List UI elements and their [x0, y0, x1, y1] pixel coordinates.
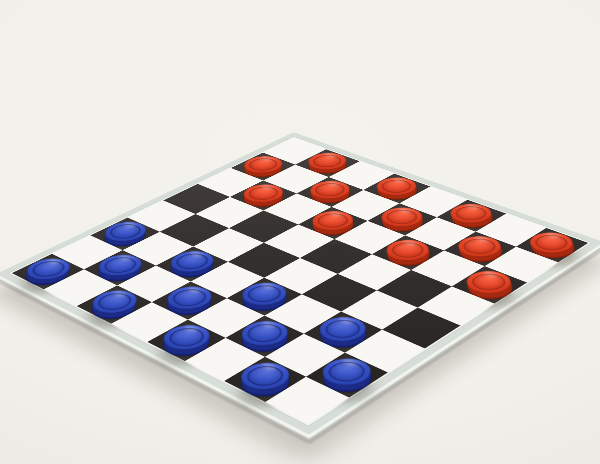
photo-background: ⛂⛂⛂⛂⛂⛂⛂⛂⛂⛂⛂⛂⛀⛀⛀⛀⛀⛀⛀⛀⛀⛀⛀⛀	[0, 0, 600, 464]
board-perspective-wrapper: ⛂⛂⛂⛂⛂⛂⛂⛂⛂⛂⛂⛂⛀⛀⛀⛀⛀⛀⛀⛀⛀⛀⛀⛀	[0, 0, 600, 464]
board-grid: ⛂⛂⛂⛂⛂⛂⛂⛂⛂⛂⛂⛂⛀⛀⛀⛀⛀⛀⛀⛀⛀⛀⛀⛀	[12, 138, 588, 424]
board-tilt-wrapper: ⛂⛂⛂⛂⛂⛂⛂⛂⛂⛂⛂⛂⛀⛀⛀⛀⛀⛀⛀⛀⛀⛀⛀⛀	[0, 132, 600, 434]
checkers-board: ⛂⛂⛂⛂⛂⛂⛂⛂⛂⛂⛂⛂⛀⛀⛀⛀⛀⛀⛀⛀⛀⛀⛀⛀	[0, 132, 600, 434]
